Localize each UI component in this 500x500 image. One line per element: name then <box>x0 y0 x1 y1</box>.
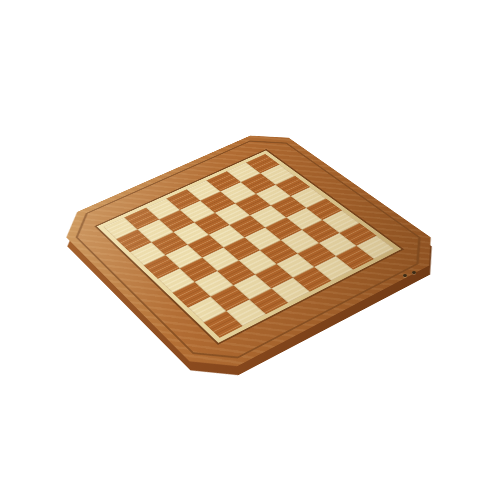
chess-board <box>52 126 453 381</box>
photo-background <box>0 0 500 500</box>
